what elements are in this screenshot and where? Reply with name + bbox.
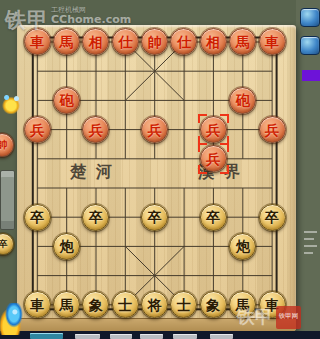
board-point: 兵 — [140, 115, 169, 144]
board-point: 兵 — [199, 144, 228, 173]
board-point: 兵 — [23, 115, 52, 144]
piece-black-pawn[interactable]: 卒 — [259, 204, 286, 231]
board-point: 卒 — [23, 203, 52, 232]
piece-black-advisor[interactable]: 士 — [112, 291, 139, 318]
piece-red-pawn[interactable]: 兵 — [259, 116, 286, 143]
gem-icon[interactable] — [300, 8, 320, 27]
board-point: 相 — [199, 27, 228, 56]
board-point: 車 — [257, 27, 286, 56]
last-move-marker-corner — [198, 114, 207, 123]
piece-black-advisor[interactable]: 士 — [170, 291, 197, 318]
mascot-icon — [0, 303, 24, 335]
board-point: 砲 — [228, 86, 257, 115]
piece-black-cannon[interactable]: 炮 — [53, 233, 80, 260]
piece-black-elephant[interactable]: 象 — [200, 291, 227, 318]
board-point: 兵 — [199, 115, 228, 144]
toolbar-button[interactable] — [210, 334, 233, 339]
board-point: 象 — [81, 290, 110, 319]
piece-black-general[interactable]: 将 — [141, 291, 168, 318]
app-window: 楚河 漢界 車馬相仕帥仕相馬車砲砲兵兵兵兵兵兵卒卒卒卒卒炮炮車馬象士将士象馬車 … — [0, 0, 320, 339]
piece-black-pawn[interactable]: 卒 — [24, 204, 51, 231]
piece-black-cannon[interactable]: 炮 — [229, 233, 256, 260]
piece-black-elephant[interactable]: 象 — [82, 291, 109, 318]
last-move-marker-corner — [198, 165, 207, 174]
pieces-grid: 車馬相仕帥仕相馬車砲砲兵兵兵兵兵兵卒卒卒卒卒炮炮車馬象士将士象馬車 — [23, 27, 287, 319]
piece-black-pawn[interactable]: 卒 — [200, 204, 227, 231]
piece-red-advisor[interactable]: 仕 — [170, 28, 197, 55]
board-point: 車 — [23, 290, 52, 319]
piece-black-horse[interactable]: 馬 — [53, 291, 80, 318]
gem-icon[interactable] — [300, 36, 320, 55]
board-point: 卒 — [140, 203, 169, 232]
purple-banner — [302, 70, 320, 81]
board-point: 兵 — [81, 115, 110, 144]
piece-red-rook[interactable]: 車 — [259, 28, 286, 55]
piece-red-cannon[interactable]: 砲 — [229, 87, 256, 114]
right-panel-text-decor — [304, 231, 317, 259]
toolbar-button-active[interactable] — [30, 333, 63, 339]
board-point: 将 — [140, 290, 169, 319]
last-move-marker-corner — [220, 143, 229, 152]
toolbar-button[interactable] — [75, 334, 100, 339]
watermark-top-url: CChome.com — [51, 14, 131, 26]
board-point: 帥 — [140, 27, 169, 56]
captured-black-piece: 卒 — [0, 233, 14, 255]
toolbar-button[interactable] — [110, 334, 132, 339]
watermark-bottom: 铁甲 铁甲网 — [237, 305, 301, 329]
watermark-top-logo: 铁甲 — [5, 6, 49, 34]
piece-red-pawn[interactable]: 兵 — [141, 116, 168, 143]
piece-black-pawn[interactable]: 卒 — [141, 204, 168, 231]
toolbar-button[interactable] — [140, 334, 163, 339]
board-point: 兵 — [257, 115, 286, 144]
board-point: 卒 — [81, 203, 110, 232]
board-point: 炮 — [52, 232, 81, 261]
board-point: 馬 — [52, 290, 81, 319]
piece-red-general[interactable]: 帥 — [141, 28, 168, 55]
board-point: 砲 — [52, 86, 81, 115]
board-point: 象 — [199, 290, 228, 319]
piece-red-cannon[interactable]: 砲 — [53, 87, 80, 114]
watermark-bottom-logo: 铁甲 — [237, 305, 273, 329]
board-point: 士 — [169, 290, 198, 319]
piece-black-rook[interactable]: 車 — [24, 291, 51, 318]
last-move-marker-corner — [220, 114, 229, 123]
board-point: 炮 — [228, 232, 257, 261]
board-point: 卒 — [257, 203, 286, 232]
sparkle-icon — [0, 92, 22, 114]
watermark-top: 铁甲 工程机械网 CChome.com — [5, 6, 131, 34]
captured-red-piece: 帥 — [0, 133, 14, 157]
board-point: 馬 — [228, 27, 257, 56]
watermark-bottom-badge: 铁甲网 — [276, 306, 301, 329]
piece-red-pawn[interactable]: 兵 — [82, 116, 109, 143]
xiangqi-board: 楚河 漢界 車馬相仕帥仕相馬車砲砲兵兵兵兵兵兵卒卒卒卒卒炮炮車馬象士将士象馬車 — [17, 25, 296, 331]
piece-black-pawn[interactable]: 卒 — [82, 204, 109, 231]
piece-red-elephant[interactable]: 相 — [200, 28, 227, 55]
last-move-marker-corner — [198, 143, 207, 152]
board-point: 仕 — [169, 27, 198, 56]
last-move-marker-corner — [220, 165, 229, 174]
piece-red-pawn[interactable]: 兵 — [24, 116, 51, 143]
toolbar-button[interactable] — [173, 334, 197, 339]
board-point: 士 — [111, 290, 140, 319]
piece-red-horse[interactable]: 馬 — [229, 28, 256, 55]
bottom-toolbar — [0, 331, 320, 339]
left-side-panel — [0, 170, 15, 230]
board-point: 卒 — [199, 203, 228, 232]
